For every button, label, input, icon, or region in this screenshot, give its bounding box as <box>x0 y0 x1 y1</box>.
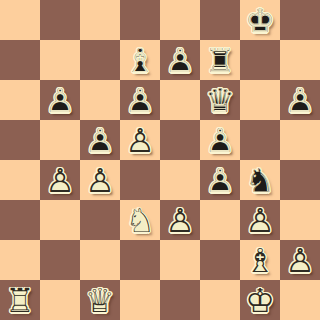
square-b2[interactable] <box>40 240 80 280</box>
square-c4[interactable]: ♟♙ <box>80 160 120 200</box>
square-h7[interactable] <box>280 40 320 80</box>
chess-board: ♚♔♝♗♟♙♜♖♟♙♟♙♛♕♟♙♟♙♟♙♟♙♟♙♟♙♟♙♞♘♞♘♟♙♟♙♝♗♟♙… <box>0 0 320 320</box>
white-queen-detail: ♕ <box>80 280 120 320</box>
square-f7[interactable]: ♜♖ <box>200 40 240 80</box>
square-a5[interactable] <box>0 120 40 160</box>
square-b3[interactable] <box>40 200 80 240</box>
white-king-detail: ♔ <box>240 280 280 320</box>
white-pawn-detail: ♙ <box>160 200 200 240</box>
white-king[interactable]: ♚♔ <box>240 280 280 320</box>
white-queen[interactable]: ♛♕ <box>80 280 120 320</box>
black-pawn[interactable]: ♟♙ <box>280 80 320 120</box>
black-pawn[interactable]: ♟♙ <box>160 40 200 80</box>
white-pawn[interactable]: ♟♙ <box>40 160 80 200</box>
square-g7[interactable] <box>240 40 280 80</box>
square-g8[interactable]: ♚♔ <box>240 0 280 40</box>
square-d7[interactable]: ♝♗ <box>120 40 160 80</box>
square-e8[interactable] <box>160 0 200 40</box>
black-pawn-detail: ♙ <box>200 160 240 200</box>
black-pawn[interactable]: ♟♙ <box>40 80 80 120</box>
square-e7[interactable]: ♟♙ <box>160 40 200 80</box>
square-a1[interactable]: ♜♖ <box>0 280 40 320</box>
square-b4[interactable]: ♟♙ <box>40 160 80 200</box>
white-bishop[interactable]: ♝♗ <box>240 240 280 280</box>
square-g6[interactable] <box>240 80 280 120</box>
black-pawn-detail: ♙ <box>40 80 80 120</box>
square-c1[interactable]: ♛♕ <box>80 280 120 320</box>
white-rook-detail: ♖ <box>0 280 40 320</box>
square-f8[interactable] <box>200 0 240 40</box>
square-e4[interactable] <box>160 160 200 200</box>
black-pawn[interactable]: ♟♙ <box>120 80 160 120</box>
square-h3[interactable] <box>280 200 320 240</box>
white-pawn[interactable]: ♟♙ <box>120 120 160 160</box>
black-queen[interactable]: ♛♕ <box>200 80 240 120</box>
square-c5[interactable]: ♟♙ <box>80 120 120 160</box>
square-c7[interactable] <box>80 40 120 80</box>
square-g4[interactable]: ♞♘ <box>240 160 280 200</box>
black-king[interactable]: ♚♔ <box>240 0 280 40</box>
square-a2[interactable] <box>0 240 40 280</box>
square-c3[interactable] <box>80 200 120 240</box>
square-d3[interactable]: ♞♘ <box>120 200 160 240</box>
square-h2[interactable]: ♟♙ <box>280 240 320 280</box>
black-knight-detail: ♘ <box>240 160 280 200</box>
square-f4[interactable]: ♟♙ <box>200 160 240 200</box>
square-h1[interactable] <box>280 280 320 320</box>
square-g3[interactable]: ♟♙ <box>240 200 280 240</box>
black-rook[interactable]: ♜♖ <box>200 40 240 80</box>
square-e3[interactable]: ♟♙ <box>160 200 200 240</box>
square-c8[interactable] <box>80 0 120 40</box>
white-pawn-detail: ♙ <box>240 200 280 240</box>
white-knight-detail: ♘ <box>120 200 160 240</box>
white-pawn-detail: ♙ <box>80 160 120 200</box>
square-b6[interactable]: ♟♙ <box>40 80 80 120</box>
square-g1[interactable]: ♚♔ <box>240 280 280 320</box>
black-rook-detail: ♖ <box>200 40 240 80</box>
white-pawn-detail: ♙ <box>280 240 320 280</box>
square-a7[interactable] <box>0 40 40 80</box>
square-d2[interactable] <box>120 240 160 280</box>
black-queen-detail: ♕ <box>200 80 240 120</box>
square-f2[interactable] <box>200 240 240 280</box>
square-b8[interactable] <box>40 0 80 40</box>
square-a3[interactable] <box>0 200 40 240</box>
square-d1[interactable] <box>120 280 160 320</box>
square-e2[interactable] <box>160 240 200 280</box>
square-a8[interactable] <box>0 0 40 40</box>
white-rook[interactable]: ♜♖ <box>0 280 40 320</box>
square-b5[interactable] <box>40 120 80 160</box>
black-bishop[interactable]: ♝♗ <box>120 40 160 80</box>
square-c6[interactable] <box>80 80 120 120</box>
square-f1[interactable] <box>200 280 240 320</box>
square-b1[interactable] <box>40 280 80 320</box>
square-d5[interactable]: ♟♙ <box>120 120 160 160</box>
square-b7[interactable] <box>40 40 80 80</box>
square-d6[interactable]: ♟♙ <box>120 80 160 120</box>
black-king-detail: ♔ <box>240 0 280 40</box>
square-d8[interactable] <box>120 0 160 40</box>
square-h6[interactable]: ♟♙ <box>280 80 320 120</box>
square-h4[interactable] <box>280 160 320 200</box>
square-f3[interactable] <box>200 200 240 240</box>
black-pawn-detail: ♙ <box>80 120 120 160</box>
square-a6[interactable] <box>0 80 40 120</box>
black-bishop-detail: ♗ <box>120 40 160 80</box>
white-pawn[interactable]: ♟♙ <box>240 200 280 240</box>
square-e6[interactable] <box>160 80 200 120</box>
square-e5[interactable] <box>160 120 200 160</box>
square-h5[interactable] <box>280 120 320 160</box>
square-f5[interactable]: ♟♙ <box>200 120 240 160</box>
square-f6[interactable]: ♛♕ <box>200 80 240 120</box>
square-c2[interactable] <box>80 240 120 280</box>
square-a4[interactable] <box>0 160 40 200</box>
black-pawn-detail: ♙ <box>120 80 160 120</box>
square-h8[interactable] <box>280 0 320 40</box>
black-pawn[interactable]: ♟♙ <box>80 120 120 160</box>
square-g2[interactable]: ♝♗ <box>240 240 280 280</box>
white-knight[interactable]: ♞♘ <box>120 200 160 240</box>
white-pawn[interactable]: ♟♙ <box>160 200 200 240</box>
black-pawn[interactable]: ♟♙ <box>200 160 240 200</box>
white-pawn-detail: ♙ <box>120 120 160 160</box>
white-bishop-detail: ♗ <box>240 240 280 280</box>
black-pawn-detail: ♙ <box>200 120 240 160</box>
white-pawn[interactable]: ♟♙ <box>80 160 120 200</box>
black-pawn[interactable]: ♟♙ <box>200 120 240 160</box>
black-pawn-detail: ♙ <box>280 80 320 120</box>
black-pawn-detail: ♙ <box>160 40 200 80</box>
white-pawn[interactable]: ♟♙ <box>280 240 320 280</box>
square-e1[interactable] <box>160 280 200 320</box>
square-g5[interactable] <box>240 120 280 160</box>
black-knight[interactable]: ♞♘ <box>240 160 280 200</box>
square-d4[interactable] <box>120 160 160 200</box>
white-pawn-detail: ♙ <box>40 160 80 200</box>
